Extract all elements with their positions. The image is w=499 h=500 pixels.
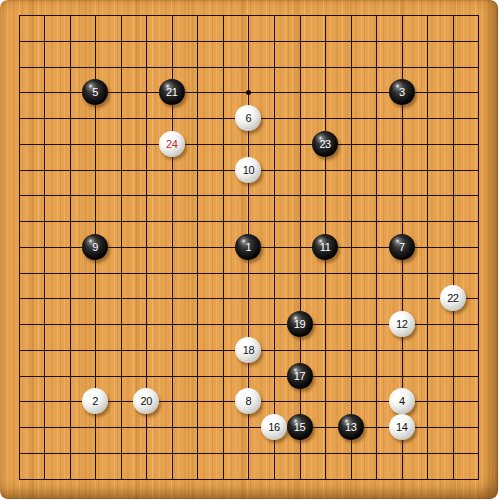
- stone-move-number: 10: [243, 164, 254, 176]
- stone-black-23[interactable]: 23: [312, 131, 338, 157]
- stone-move-number: 13: [345, 421, 356, 433]
- go-diagram-page: 123456789101112131415161718192021222324: [0, 0, 499, 500]
- stone-white-24[interactable]: 24: [159, 131, 185, 157]
- stone-white-18[interactable]: 18: [235, 337, 261, 363]
- stone-white-6[interactable]: 6: [235, 105, 261, 131]
- stone-move-number: 8: [246, 395, 252, 407]
- star-point: [246, 90, 251, 95]
- stone-move-number: 19: [294, 318, 305, 330]
- stone-move-number: 18: [243, 344, 254, 356]
- stone-black-17[interactable]: 17: [287, 363, 313, 389]
- stone-white-2[interactable]: 2: [82, 388, 108, 414]
- stone-white-12[interactable]: 12: [389, 311, 415, 337]
- stone-white-8[interactable]: 8: [235, 388, 261, 414]
- grid-vertical-line: [274, 15, 275, 480]
- stone-white-10[interactable]: 10: [235, 157, 261, 183]
- stone-black-19[interactable]: 19: [287, 311, 313, 337]
- grid-vertical-line: [478, 15, 479, 480]
- stone-move-number: 7: [399, 241, 405, 253]
- stone-black-15[interactable]: 15: [287, 414, 313, 440]
- stone-move-number: 4: [399, 395, 405, 407]
- stone-white-16[interactable]: 16: [261, 414, 287, 440]
- grid-horizontal-line: [19, 453, 480, 454]
- stone-move-number: 1: [246, 241, 252, 253]
- stone-black-3[interactable]: 3: [389, 79, 415, 105]
- stone-move-number: 22: [447, 292, 458, 304]
- stone-white-14[interactable]: 14: [389, 414, 415, 440]
- stone-white-22[interactable]: 22: [440, 285, 466, 311]
- stone-black-13[interactable]: 13: [338, 414, 364, 440]
- stone-black-21[interactable]: 21: [159, 79, 185, 105]
- stone-move-number: 5: [92, 86, 98, 98]
- grid-horizontal-line: [19, 298, 480, 299]
- stone-move-number: 12: [396, 318, 407, 330]
- stone-move-number: 23: [319, 138, 330, 150]
- grid-vertical-line: [351, 15, 352, 480]
- stone-move-number: 2: [92, 395, 98, 407]
- stone-white-20[interactable]: 20: [133, 388, 159, 414]
- stone-move-number: 16: [268, 421, 279, 433]
- stone-black-11[interactable]: 11: [312, 234, 338, 260]
- stone-move-number: 20: [141, 395, 152, 407]
- stone-white-4[interactable]: 4: [389, 388, 415, 414]
- stone-move-number: 11: [320, 241, 331, 253]
- stone-move-number: 14: [396, 421, 407, 433]
- stone-black-1[interactable]: 1: [235, 234, 261, 260]
- stone-black-7[interactable]: 7: [389, 234, 415, 260]
- grid-vertical-line: [300, 15, 301, 480]
- grid-horizontal-line: [19, 376, 480, 377]
- stone-move-number: 24: [166, 138, 177, 150]
- stone-move-number: 9: [92, 241, 98, 253]
- stone-move-number: 17: [294, 370, 305, 382]
- stone-black-5[interactable]: 5: [82, 79, 108, 105]
- go-board[interactable]: 123456789101112131415161718192021222324: [0, 0, 498, 499]
- stone-move-number: 6: [246, 112, 252, 124]
- stone-move-number: 15: [294, 421, 305, 433]
- stone-move-number: 3: [399, 86, 405, 98]
- grid-horizontal-line: [19, 273, 480, 274]
- grid-vertical-line: [376, 15, 377, 480]
- grid-horizontal-line: [19, 479, 480, 480]
- grid-vertical-line: [453, 15, 454, 480]
- stone-black-9[interactable]: 9: [82, 234, 108, 260]
- stone-move-number: 21: [166, 86, 177, 98]
- grid-vertical-line: [427, 15, 428, 480]
